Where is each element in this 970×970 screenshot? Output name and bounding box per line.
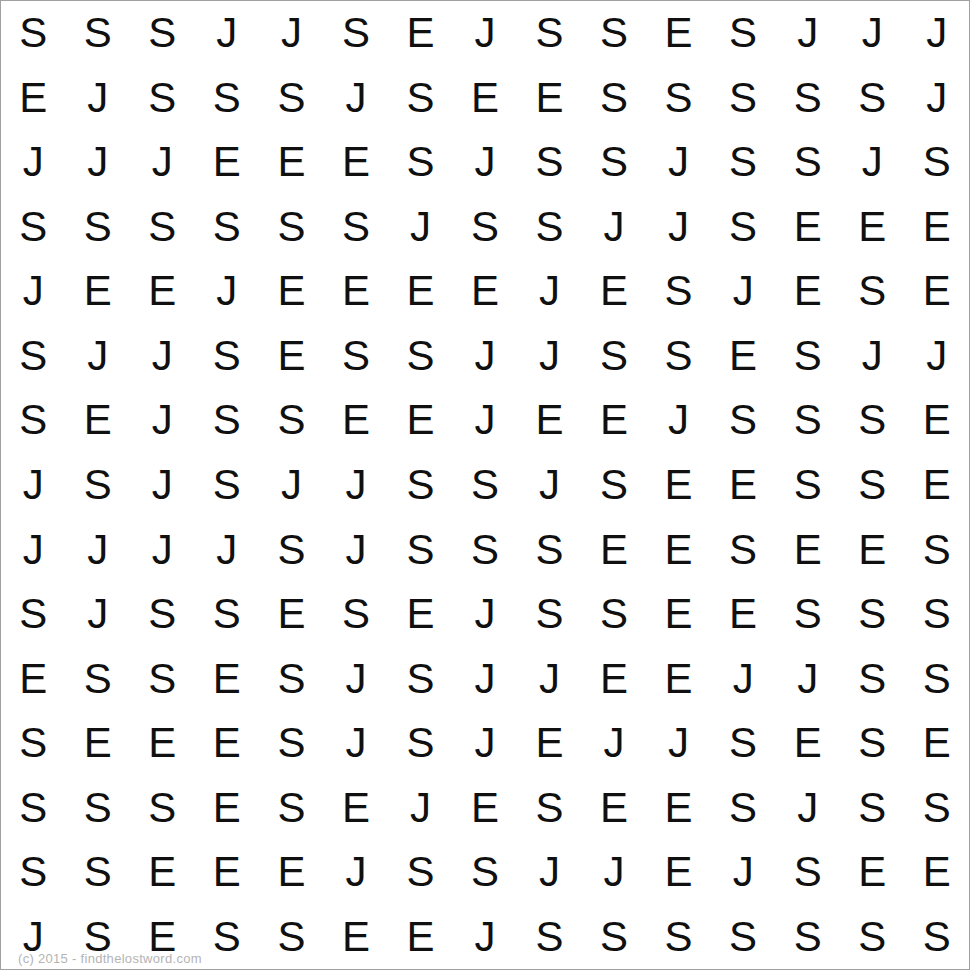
grid-cell[interactable]: S	[775, 904, 840, 969]
grid-cell[interactable]: S	[711, 130, 776, 195]
grid-cell[interactable]: J	[453, 646, 518, 711]
grid-cell[interactable]: S	[840, 388, 905, 453]
grid-cell[interactable]: E	[324, 775, 389, 840]
grid-cell[interactable]: S	[646, 66, 711, 131]
grid-cell[interactable]: J	[840, 324, 905, 389]
grid-cell[interactable]: S	[453, 840, 518, 905]
grid-cell[interactable]: S	[259, 775, 324, 840]
grid-cell[interactable]: J	[840, 1, 905, 66]
grid-cell[interactable]: E	[517, 388, 582, 453]
grid-cell[interactable]: S	[904, 130, 969, 195]
grid-cell[interactable]: E	[259, 130, 324, 195]
grid-cell[interactable]: E	[1, 66, 66, 131]
grid-cell[interactable]: S	[388, 646, 453, 711]
grid-cell[interactable]: J	[324, 840, 389, 905]
grid-cell[interactable]: E	[775, 259, 840, 324]
grid-cell[interactable]: E	[324, 259, 389, 324]
grid-cell[interactable]: E	[388, 1, 453, 66]
grid-cell[interactable]: S	[775, 453, 840, 518]
grid-cell[interactable]: S	[195, 388, 260, 453]
grid-cell[interactable]: E	[904, 388, 969, 453]
grid-cell[interactable]: S	[582, 453, 647, 518]
grid-cell[interactable]: S	[775, 388, 840, 453]
grid-cell[interactable]: J	[259, 453, 324, 518]
grid-cell[interactable]: S	[904, 904, 969, 969]
grid-cell[interactable]: E	[259, 840, 324, 905]
grid-cell[interactable]: S	[904, 646, 969, 711]
grid-cell[interactable]: S	[711, 904, 776, 969]
grid-cell[interactable]: J	[646, 130, 711, 195]
grid-cell[interactable]: J	[66, 130, 131, 195]
grid-cell[interactable]: S	[453, 453, 518, 518]
grid-cell[interactable]: E	[646, 517, 711, 582]
grid-cell[interactable]: J	[453, 388, 518, 453]
grid-cell[interactable]: J	[388, 195, 453, 260]
grid-cell[interactable]: S	[646, 324, 711, 389]
grid-cell[interactable]: J	[904, 324, 969, 389]
grid-cell[interactable]: J	[130, 130, 195, 195]
grid-cell[interactable]: S	[646, 904, 711, 969]
grid-cell[interactable]: J	[453, 904, 518, 969]
grid-cell[interactable]: S	[259, 646, 324, 711]
grid-cell[interactable]: J	[453, 324, 518, 389]
grid-cell[interactable]: J	[130, 324, 195, 389]
grid-cell[interactable]: E	[195, 646, 260, 711]
grid-cell[interactable]: S	[388, 66, 453, 131]
grid-cell[interactable]: E	[904, 711, 969, 776]
grid-cell[interactable]: E	[324, 388, 389, 453]
grid-cell[interactable]: S	[453, 195, 518, 260]
grid-cell[interactable]: S	[1, 775, 66, 840]
grid-cell[interactable]: J	[130, 453, 195, 518]
grid-cell[interactable]: E	[517, 66, 582, 131]
grid-cell[interactable]: E	[195, 711, 260, 776]
grid-cell[interactable]: E	[66, 711, 131, 776]
grid-cell[interactable]: S	[388, 711, 453, 776]
grid-cell[interactable]: E	[259, 582, 324, 647]
grid-cell[interactable]: S	[66, 775, 131, 840]
grid-cell[interactable]: S	[775, 66, 840, 131]
grid-cell[interactable]: J	[195, 517, 260, 582]
grid-cell[interactable]: E	[1, 646, 66, 711]
grid-cell[interactable]: S	[130, 1, 195, 66]
grid-cell[interactable]: J	[66, 66, 131, 131]
grid-cell[interactable]: J	[711, 840, 776, 905]
grid-cell[interactable]: E	[582, 259, 647, 324]
grid-cell[interactable]: J	[324, 646, 389, 711]
grid-cell[interactable]: E	[582, 646, 647, 711]
grid-cell[interactable]: S	[517, 904, 582, 969]
grid-cell[interactable]: S	[582, 130, 647, 195]
grid-cell[interactable]: J	[517, 453, 582, 518]
grid-cell[interactable]: J	[646, 195, 711, 260]
grid-cell[interactable]: E	[388, 904, 453, 969]
grid-cell[interactable]: J	[711, 259, 776, 324]
grid-cell[interactable]: S	[711, 517, 776, 582]
grid-cell[interactable]: S	[259, 711, 324, 776]
grid-cell[interactable]: S	[324, 324, 389, 389]
grid-cell[interactable]: S	[904, 517, 969, 582]
grid-cell[interactable]: J	[1, 259, 66, 324]
grid-cell[interactable]: E	[582, 388, 647, 453]
grid-cell[interactable]: S	[1, 582, 66, 647]
grid-cell[interactable]: J	[517, 324, 582, 389]
grid-cell[interactable]: E	[646, 1, 711, 66]
grid-cell[interactable]: J	[130, 388, 195, 453]
grid-cell[interactable]: S	[324, 1, 389, 66]
grid-cell[interactable]: S	[130, 775, 195, 840]
grid-cell[interactable]: S	[904, 775, 969, 840]
grid-cell[interactable]: S	[259, 66, 324, 131]
grid-cell[interactable]: S	[66, 453, 131, 518]
grid-cell[interactable]: J	[775, 646, 840, 711]
grid-cell[interactable]: S	[66, 840, 131, 905]
grid-cell[interactable]: E	[711, 453, 776, 518]
grid-cell[interactable]: S	[453, 517, 518, 582]
grid-cell[interactable]: S	[517, 130, 582, 195]
grid-cell[interactable]: J	[66, 324, 131, 389]
grid-cell[interactable]: E	[646, 775, 711, 840]
grid-cell[interactable]: E	[840, 517, 905, 582]
grid-cell[interactable]: J	[711, 646, 776, 711]
grid-cell[interactable]: E	[259, 324, 324, 389]
grid-cell[interactable]: S	[582, 582, 647, 647]
grid-cell[interactable]: J	[324, 66, 389, 131]
grid-cell[interactable]: E	[904, 259, 969, 324]
grid-cell[interactable]: S	[130, 195, 195, 260]
grid-cell[interactable]: J	[517, 840, 582, 905]
grid-cell[interactable]: S	[711, 711, 776, 776]
grid-cell[interactable]: J	[775, 775, 840, 840]
grid-cell[interactable]: S	[259, 517, 324, 582]
grid-cell[interactable]: S	[775, 324, 840, 389]
grid-cell[interactable]: J	[453, 1, 518, 66]
grid-cell[interactable]: S	[840, 711, 905, 776]
grid-cell[interactable]: S	[324, 195, 389, 260]
grid-cell[interactable]: E	[904, 453, 969, 518]
grid-cell[interactable]: S	[388, 453, 453, 518]
grid-cell[interactable]: S	[130, 66, 195, 131]
grid-cell[interactable]: S	[1, 388, 66, 453]
grid-cell[interactable]: S	[840, 259, 905, 324]
grid-cell[interactable]: E	[130, 711, 195, 776]
word-search-board: SSSJJSEJSSESJJJEJSSSJSEESSSSSJJJJEEESJSS…	[1, 1, 969, 969]
grid-cell[interactable]: J	[324, 453, 389, 518]
grid-cell[interactable]: S	[775, 582, 840, 647]
grid-cell[interactable]: E	[775, 195, 840, 260]
grid-cell[interactable]: J	[195, 1, 260, 66]
grid-cell[interactable]: E	[66, 388, 131, 453]
grid-cell[interactable]: E	[66, 259, 131, 324]
grid-cell[interactable]: J	[66, 582, 131, 647]
grid-cell[interactable]: S	[324, 582, 389, 647]
grid-cell[interactable]: J	[388, 775, 453, 840]
grid-cell[interactable]: S	[840, 646, 905, 711]
grid-cell[interactable]: J	[324, 517, 389, 582]
grid-cell[interactable]: E	[388, 388, 453, 453]
grid-cell[interactable]: E	[840, 195, 905, 260]
copyright-text: (c) 2015 - findthelostword.com	[18, 951, 202, 966]
grid-cell[interactable]: S	[1, 711, 66, 776]
grid-cell[interactable]: S	[66, 195, 131, 260]
grid-cell[interactable]: S	[195, 66, 260, 131]
grid-cell[interactable]: S	[840, 66, 905, 131]
grid-cell[interactable]: E	[195, 130, 260, 195]
grid-cell[interactable]: J	[582, 840, 647, 905]
grid-cell[interactable]: S	[388, 840, 453, 905]
grid-cell[interactable]: S	[582, 66, 647, 131]
grid-cell[interactable]: S	[130, 582, 195, 647]
grid-cell[interactable]: E	[646, 582, 711, 647]
grid-cell[interactable]: S	[195, 195, 260, 260]
grid-cell[interactable]: S	[1, 324, 66, 389]
grid-cell[interactable]: E	[130, 840, 195, 905]
grid-cell[interactable]: S	[711, 775, 776, 840]
grid-cell[interactable]: S	[517, 775, 582, 840]
grid-cell[interactable]: S	[711, 1, 776, 66]
grid-cell[interactable]: S	[259, 904, 324, 969]
grid-cell[interactable]: J	[259, 1, 324, 66]
grid-cell[interactable]: E	[582, 517, 647, 582]
grid-cell[interactable]: J	[1, 130, 66, 195]
grid-cell[interactable]: S	[582, 324, 647, 389]
grid-cell[interactable]: S	[582, 904, 647, 969]
grid-cell[interactable]: S	[517, 195, 582, 260]
grid-cell[interactable]: E	[711, 324, 776, 389]
grid-cell[interactable]: S	[711, 388, 776, 453]
grid-cell[interactable]: S	[195, 324, 260, 389]
grid-cell[interactable]: S	[840, 904, 905, 969]
grid-cell[interactable]: S	[711, 66, 776, 131]
grid-cell[interactable]: E	[324, 130, 389, 195]
grid-cell[interactable]: E	[130, 259, 195, 324]
grid-cell[interactable]: J	[904, 66, 969, 131]
grid-cell[interactable]: E	[453, 66, 518, 131]
grid-cell[interactable]: E	[195, 775, 260, 840]
grid-cell[interactable]: J	[582, 195, 647, 260]
grid-cell[interactable]: J	[453, 711, 518, 776]
grid-cell[interactable]: S	[840, 775, 905, 840]
grid-cell[interactable]: J	[453, 582, 518, 647]
grid-cell[interactable]: J	[453, 130, 518, 195]
grid-cell[interactable]: S	[195, 453, 260, 518]
grid-cell[interactable]: E	[646, 453, 711, 518]
grid-cell[interactable]: J	[324, 711, 389, 776]
grid-cell[interactable]: S	[388, 324, 453, 389]
grid-cell[interactable]: J	[130, 517, 195, 582]
grid-cell[interactable]: J	[646, 388, 711, 453]
grid-cell[interactable]: E	[711, 582, 776, 647]
grid-cell[interactable]: E	[840, 840, 905, 905]
grid-cell[interactable]: S	[517, 517, 582, 582]
grid-cell[interactable]: E	[582, 775, 647, 840]
grid-cell[interactable]: S	[388, 517, 453, 582]
grid-cell[interactable]: E	[388, 582, 453, 647]
grid-cell[interactable]: J	[195, 259, 260, 324]
grid-cell[interactable]: S	[1, 1, 66, 66]
word-search-page: SSSJJSEJSSESJJJEJSSSJSEESSSSSJJJJEEESJSS…	[0, 0, 970, 970]
grid-cell[interactable]: E	[775, 517, 840, 582]
grid-cell[interactable]: J	[1, 453, 66, 518]
grid-cell[interactable]: S	[517, 582, 582, 647]
grid-cell[interactable]: S	[775, 130, 840, 195]
grid-cell[interactable]: E	[195, 840, 260, 905]
grid-cell[interactable]: S	[195, 582, 260, 647]
grid-cell[interactable]: S	[840, 453, 905, 518]
grid-cell[interactable]: E	[453, 259, 518, 324]
grid-cell[interactable]: S	[259, 388, 324, 453]
grid-cell[interactable]: E	[904, 840, 969, 905]
grid-cell[interactable]: S	[775, 840, 840, 905]
grid-cell[interactable]: S	[259, 195, 324, 260]
grid-cell[interactable]: J	[840, 130, 905, 195]
grid-cell[interactable]: J	[1, 517, 66, 582]
grid-cell[interactable]: S	[840, 582, 905, 647]
grid-cell[interactable]: E	[388, 259, 453, 324]
grid-cell[interactable]: S	[517, 1, 582, 66]
grid-cell[interactable]: S	[66, 646, 131, 711]
grid-cell[interactable]: S	[646, 259, 711, 324]
grid-cell[interactable]: S	[1, 195, 66, 260]
grid-cell[interactable]: E	[904, 195, 969, 260]
grid-cell[interactable]: S	[66, 1, 131, 66]
grid-cell[interactable]: S	[388, 130, 453, 195]
grid-cell[interactable]: J	[66, 517, 131, 582]
grid-cell[interactable]: J	[775, 1, 840, 66]
grid-cell[interactable]: S	[582, 1, 647, 66]
grid-cell[interactable]: S	[130, 646, 195, 711]
grid-cell[interactable]: J	[582, 711, 647, 776]
grid-cell[interactable]: E	[259, 259, 324, 324]
grid-cell[interactable]: E	[646, 646, 711, 711]
grid-cell[interactable]: S	[904, 582, 969, 647]
grid-cell[interactable]: E	[517, 711, 582, 776]
grid-cell[interactable]: J	[904, 1, 969, 66]
grid-cell[interactable]: J	[517, 259, 582, 324]
grid-cell[interactable]: E	[324, 904, 389, 969]
grid-cell[interactable]: S	[711, 195, 776, 260]
grid-cell[interactable]: J	[517, 646, 582, 711]
grid-cell[interactable]: S	[195, 904, 260, 969]
grid-cell[interactable]: E	[775, 711, 840, 776]
grid-cell[interactable]: S	[1, 840, 66, 905]
grid-cell[interactable]: J	[646, 711, 711, 776]
grid-cell[interactable]: E	[646, 840, 711, 905]
grid-cell[interactable]: E	[453, 775, 518, 840]
